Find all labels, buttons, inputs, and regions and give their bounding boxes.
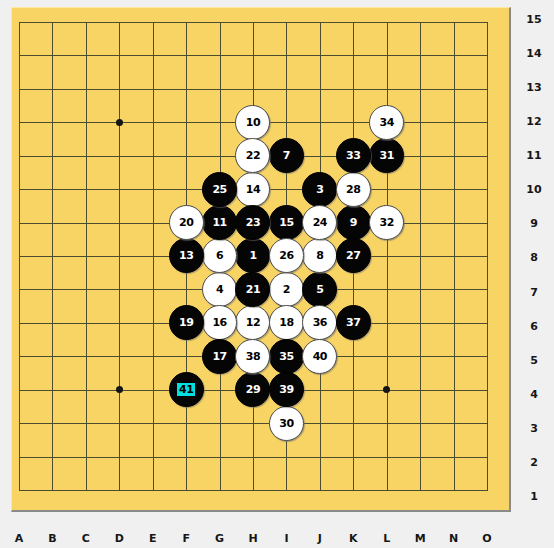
column-label-C: C xyxy=(75,532,97,545)
move-number: 31 xyxy=(380,149,394,162)
column-label-N: N xyxy=(443,532,465,545)
move-number: 40 xyxy=(313,350,327,363)
star-point-L4 xyxy=(383,386,390,393)
stone-white-36-J6: 36 xyxy=(302,305,337,340)
stone-black-31-L11: 31 xyxy=(369,138,404,173)
stone-black-5-J7: 5 xyxy=(302,272,337,307)
move-number: 2 xyxy=(283,283,290,296)
move-number: 26 xyxy=(279,249,293,262)
move-number: 18 xyxy=(279,316,293,329)
column-label-D: D xyxy=(108,532,130,545)
move-number: 19 xyxy=(179,316,193,329)
move-number: 37 xyxy=(346,316,360,329)
stone-white-12-H6: 12 xyxy=(235,305,270,340)
move-number: 3 xyxy=(316,183,323,196)
stone-white-38-H5: 38 xyxy=(235,339,270,374)
move-number: 25 xyxy=(212,183,226,196)
move-number: 30 xyxy=(279,417,293,430)
column-label-F: F xyxy=(175,532,197,545)
column-label-M: M xyxy=(409,532,431,545)
row-label-13: 13 xyxy=(523,81,545,95)
move-number: 22 xyxy=(246,149,260,162)
star-point-D4 xyxy=(116,386,123,393)
stone-black-27-K8: 27 xyxy=(336,238,371,273)
move-number: 15 xyxy=(279,216,293,229)
stone-white-2-I7: 2 xyxy=(269,272,304,307)
row-label-15: 15 xyxy=(523,13,545,27)
gomoku-board[interactable]: 1234567891011121314151617181920212223242… xyxy=(11,7,511,512)
row-label-5: 5 xyxy=(523,354,545,368)
stone-black-9-K9: 9 xyxy=(336,205,371,240)
column-label-B: B xyxy=(41,532,63,545)
stone-white-16-G6: 16 xyxy=(202,305,237,340)
stone-white-40-J5: 40 xyxy=(302,339,337,374)
stone-black-29-H4: 29 xyxy=(235,372,270,407)
move-number: 32 xyxy=(380,216,394,229)
row-label-14: 14 xyxy=(523,47,545,61)
move-number: 7 xyxy=(283,149,290,162)
stone-white-20-F9: 20 xyxy=(169,205,204,240)
row-label-6: 6 xyxy=(523,320,545,334)
stone-white-34-L12: 34 xyxy=(369,105,404,140)
column-label-G: G xyxy=(209,532,231,545)
stone-white-8-J8: 8 xyxy=(302,238,337,273)
board-grid[interactable]: 1234567891011121314151617181920212223242… xyxy=(2,5,503,506)
last-move-number: 41 xyxy=(177,383,195,396)
row-label-10: 10 xyxy=(523,183,545,197)
move-number: 24 xyxy=(313,216,327,229)
move-number: 28 xyxy=(346,183,360,196)
stone-black-3-J10: 3 xyxy=(302,172,337,207)
move-number: 16 xyxy=(212,316,226,329)
move-number: 29 xyxy=(246,383,260,396)
stone-white-30-I3: 30 xyxy=(269,406,304,441)
row-label-8: 8 xyxy=(523,251,545,265)
move-number: 10 xyxy=(246,116,260,129)
column-label-J: J xyxy=(309,532,331,545)
stone-black-7-I11: 7 xyxy=(269,138,304,173)
move-number: 13 xyxy=(179,249,193,262)
stone-black-11-G9: 11 xyxy=(202,205,237,240)
stone-black-13-F8: 13 xyxy=(169,238,204,273)
row-label-7: 7 xyxy=(523,286,545,300)
stone-black-23-H9: 23 xyxy=(235,205,270,240)
move-number: 39 xyxy=(279,383,293,396)
column-label-H: H xyxy=(242,532,264,545)
row-label-1: 1 xyxy=(523,490,545,504)
move-number: 27 xyxy=(346,249,360,262)
move-number: 33 xyxy=(346,149,360,162)
stone-black-21-H7: 21 xyxy=(235,272,270,307)
row-label-3: 3 xyxy=(523,422,545,436)
row-label-9: 9 xyxy=(523,217,545,231)
move-number: 5 xyxy=(316,283,323,296)
stone-white-24-J9: 24 xyxy=(302,205,337,240)
stone-white-14-H10: 14 xyxy=(235,172,270,207)
move-number: 12 xyxy=(246,316,260,329)
star-point-D12 xyxy=(116,119,123,126)
stone-white-6-G8: 6 xyxy=(202,238,237,273)
move-number: 36 xyxy=(313,316,327,329)
stone-white-28-K10: 28 xyxy=(336,172,371,207)
stone-white-18-I6: 18 xyxy=(269,305,304,340)
stone-black-37-K6: 37 xyxy=(336,305,371,340)
row-label-12: 12 xyxy=(523,115,545,129)
move-number: 1 xyxy=(249,249,256,262)
column-label-E: E xyxy=(142,532,164,545)
row-label-11: 11 xyxy=(523,149,545,163)
move-number: 35 xyxy=(279,350,293,363)
column-label-L: L xyxy=(376,532,398,545)
stone-white-26-I8: 26 xyxy=(269,238,304,273)
move-number: 17 xyxy=(212,350,226,363)
move-number: 11 xyxy=(212,216,226,229)
stone-black-19-F6: 19 xyxy=(169,305,204,340)
stone-white-32-L9: 32 xyxy=(369,205,404,240)
move-number: 23 xyxy=(246,216,260,229)
move-number: 8 xyxy=(316,249,323,262)
stone-white-10-H12: 10 xyxy=(235,105,270,140)
stone-black-35-I5: 35 xyxy=(269,339,304,374)
column-label-I: I xyxy=(275,532,297,545)
move-number: 9 xyxy=(350,216,357,229)
move-number: 20 xyxy=(179,216,193,229)
stone-white-4-G7: 4 xyxy=(202,272,237,307)
stone-black-17-G5: 17 xyxy=(202,339,237,374)
stone-white-22-H11: 22 xyxy=(235,138,270,173)
move-number: 14 xyxy=(246,183,260,196)
move-number: 38 xyxy=(246,350,260,363)
column-label-O: O xyxy=(476,532,498,545)
move-number: 4 xyxy=(216,283,223,296)
gomoku-app-view: 1234567891011121314151617181920212223242… xyxy=(0,0,554,548)
column-label-A: A xyxy=(8,532,30,545)
stone-black-39-I4: 39 xyxy=(269,372,304,407)
row-label-2: 2 xyxy=(523,456,545,470)
move-number: 6 xyxy=(216,249,223,262)
row-label-4: 4 xyxy=(523,388,545,402)
stone-black-25-G10: 25 xyxy=(202,172,237,207)
move-number: 34 xyxy=(380,116,394,129)
move-number: 21 xyxy=(246,283,260,296)
stone-black-1-H8: 1 xyxy=(235,238,270,273)
stone-black-41-F4: 41 xyxy=(169,372,204,407)
stone-black-15-I9: 15 xyxy=(269,205,304,240)
stone-black-33-K11: 33 xyxy=(336,138,371,173)
column-label-K: K xyxy=(342,532,364,545)
